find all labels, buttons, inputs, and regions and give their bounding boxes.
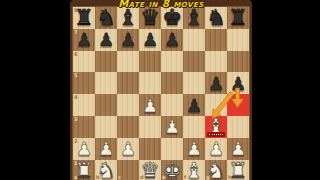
rank-label-5: 5 bbox=[74, 73, 77, 78]
square-b7[interactable]: ♟ bbox=[95, 29, 117, 51]
square-a1[interactable]: 1a♜ bbox=[73, 160, 95, 180]
square-h4[interactable] bbox=[227, 94, 249, 116]
square-e7[interactable]: ♟ bbox=[161, 29, 183, 51]
square-a2[interactable]: 2♟ bbox=[73, 138, 95, 160]
square-d6[interactable] bbox=[139, 51, 161, 73]
white-pawn-c2[interactable]: ♟ bbox=[120, 138, 136, 159]
board-grid: 8♜♞♝♛♚♝♞♜7♟♟♟♟♟65♟♟4♟♟3♟♝2♟♟♟♟♟♟1a♜b♞cd♛… bbox=[73, 7, 249, 180]
square-f1[interactable]: f♝ bbox=[183, 160, 205, 180]
square-c6[interactable] bbox=[117, 51, 139, 73]
square-b6[interactable] bbox=[95, 51, 117, 73]
white-pawn-g2[interactable]: ♟ bbox=[208, 138, 224, 159]
square-c4[interactable] bbox=[117, 94, 139, 116]
black-knight-g8[interactable]: ♞ bbox=[206, 7, 226, 28]
square-g8[interactable]: ♞ bbox=[205, 7, 227, 29]
page-title: Mate in 8 moves bbox=[70, 0, 252, 9]
square-g3[interactable]: ♝ bbox=[205, 116, 227, 138]
black-pawn-h5[interactable]: ♟ bbox=[230, 73, 246, 94]
black-pawn-c7[interactable]: ♟ bbox=[120, 29, 136, 50]
square-g5[interactable]: ♟ bbox=[205, 72, 227, 94]
square-f2[interactable]: ♟ bbox=[183, 138, 205, 160]
black-pawn-f4[interactable]: ♟ bbox=[186, 95, 202, 116]
square-a5[interactable]: 5 bbox=[73, 72, 95, 94]
square-a8[interactable]: 8♜ bbox=[73, 7, 95, 29]
square-d7[interactable]: ♟ bbox=[139, 29, 161, 51]
black-pawn-d7[interactable]: ♟ bbox=[142, 29, 158, 50]
square-f7[interactable] bbox=[183, 29, 205, 51]
black-king-e8[interactable]: ♚ bbox=[162, 7, 182, 28]
square-b1[interactable]: b♞ bbox=[95, 160, 117, 180]
square-f3[interactable] bbox=[183, 116, 205, 138]
background: Mate in 8 moves 8♜♞♝♛♚♝♞♜7♟♟♟♟♟65♟♟4♟♟3♟… bbox=[0, 0, 320, 180]
white-pawn-h2[interactable]: ♟ bbox=[230, 138, 246, 159]
black-pawn-e7[interactable]: ♟ bbox=[164, 29, 180, 50]
square-c2[interactable]: ♟ bbox=[117, 138, 139, 160]
black-rook-a8[interactable]: ♜ bbox=[74, 7, 94, 28]
square-c8[interactable]: ♝ bbox=[117, 7, 139, 29]
square-h8[interactable]: ♜ bbox=[227, 7, 249, 29]
square-a6[interactable]: 6 bbox=[73, 51, 95, 73]
square-d8[interactable]: ♛ bbox=[139, 7, 161, 29]
square-g1[interactable]: g♞ bbox=[205, 160, 227, 180]
white-king-e1[interactable]: ♚ bbox=[162, 160, 182, 180]
white-knight-b1[interactable]: ♞ bbox=[96, 160, 116, 180]
square-d3[interactable] bbox=[139, 116, 161, 138]
square-f6[interactable] bbox=[183, 51, 205, 73]
white-rook-a1[interactable]: ♜ bbox=[74, 160, 94, 180]
black-bishop-f8[interactable]: ♝ bbox=[184, 7, 204, 28]
square-h2[interactable]: ♟ bbox=[227, 138, 249, 160]
square-h3[interactable] bbox=[227, 116, 249, 138]
white-pawn-a2[interactable]: ♟ bbox=[76, 138, 92, 159]
square-e6[interactable] bbox=[161, 51, 183, 73]
square-e3[interactable]: ♟ bbox=[161, 116, 183, 138]
rank-label-4: 4 bbox=[74, 95, 77, 100]
square-e4[interactable] bbox=[161, 94, 183, 116]
square-b4[interactable] bbox=[95, 94, 117, 116]
square-e8[interactable]: ♚ bbox=[161, 7, 183, 29]
square-f5[interactable] bbox=[183, 72, 205, 94]
square-g4[interactable] bbox=[205, 94, 227, 116]
black-pawn-a7[interactable]: ♟ bbox=[76, 29, 92, 50]
white-pawn-e3[interactable]: ♟ bbox=[164, 116, 180, 137]
square-d5[interactable] bbox=[139, 72, 161, 94]
square-a4[interactable]: 4 bbox=[73, 94, 95, 116]
square-b5[interactable] bbox=[95, 72, 117, 94]
square-f4[interactable]: ♟ bbox=[183, 94, 205, 116]
white-pawn-b2[interactable]: ♟ bbox=[98, 138, 114, 159]
square-a3[interactable]: 3 bbox=[73, 116, 95, 138]
white-pawn-d4[interactable]: ♟ bbox=[142, 95, 158, 116]
square-c7[interactable]: ♟ bbox=[117, 29, 139, 51]
black-knight-b8[interactable]: ♞ bbox=[96, 7, 116, 28]
file-label-c: c bbox=[118, 175, 121, 180]
white-pawn-f2[interactable]: ♟ bbox=[186, 138, 202, 159]
white-bishop-f1[interactable]: ♝ bbox=[184, 160, 204, 180]
square-d1[interactable]: d♛ bbox=[139, 160, 161, 180]
square-d2[interactable] bbox=[139, 138, 161, 160]
square-h5[interactable]: ♟ bbox=[227, 72, 249, 94]
square-b8[interactable]: ♞ bbox=[95, 7, 117, 29]
white-knight-g1[interactable]: ♞ bbox=[206, 160, 226, 180]
square-b3[interactable] bbox=[95, 116, 117, 138]
square-c1[interactable]: c bbox=[117, 160, 139, 180]
chess-board: 8♜♞♝♛♚♝♞♜7♟♟♟♟♟65♟♟4♟♟3♟♝2♟♟♟♟♟♟1a♜b♞cd♛… bbox=[70, 0, 252, 180]
black-pawn-b7[interactable]: ♟ bbox=[98, 29, 114, 50]
square-g6[interactable] bbox=[205, 51, 227, 73]
square-g2[interactable]: ♟ bbox=[205, 138, 227, 160]
square-c3[interactable] bbox=[117, 116, 139, 138]
square-e1[interactable]: e♚ bbox=[161, 160, 183, 180]
square-d4[interactable]: ♟ bbox=[139, 94, 161, 116]
black-pawn-g5[interactable]: ♟ bbox=[208, 73, 224, 94]
square-e5[interactable] bbox=[161, 72, 183, 94]
square-a7[interactable]: 7♟ bbox=[73, 29, 95, 51]
rank-label-6: 6 bbox=[74, 52, 77, 57]
black-bishop-c8[interactable]: ♝ bbox=[118, 7, 138, 28]
square-h1[interactable]: h♜ bbox=[227, 160, 249, 180]
white-rook-h1[interactable]: ♜ bbox=[228, 160, 248, 180]
black-rook-h8[interactable]: ♜ bbox=[228, 7, 248, 28]
rank-label-3: 3 bbox=[74, 117, 77, 122]
white-queen-d1[interactable]: ♛ bbox=[140, 160, 160, 180]
black-queen-d8[interactable]: ♛ bbox=[140, 7, 160, 28]
square-b2[interactable]: ♟ bbox=[95, 138, 117, 160]
watermark-badge bbox=[207, 132, 225, 137]
square-f8[interactable]: ♝ bbox=[183, 7, 205, 29]
square-g7[interactable] bbox=[205, 29, 227, 51]
square-e2[interactable] bbox=[161, 138, 183, 160]
square-h6[interactable] bbox=[227, 51, 249, 73]
square-c5[interactable] bbox=[117, 72, 139, 94]
square-h7[interactable] bbox=[227, 29, 249, 51]
